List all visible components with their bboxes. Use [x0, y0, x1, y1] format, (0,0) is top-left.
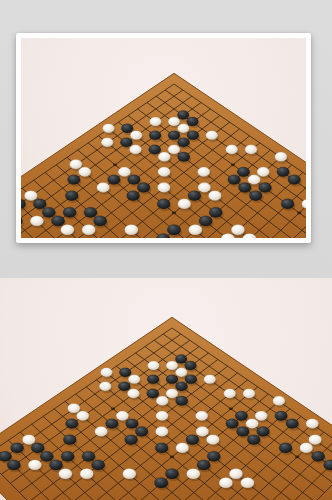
go-photo-top [21, 38, 306, 238]
page-background: { "page": { "background_top": "#dcdcdc",… [0, 0, 332, 500]
go-board-bottom [0, 278, 332, 500]
go-board-top [21, 38, 306, 238]
photo-full-bleed[interactable] [0, 278, 332, 500]
photo-card-framed[interactable] [16, 33, 311, 243]
